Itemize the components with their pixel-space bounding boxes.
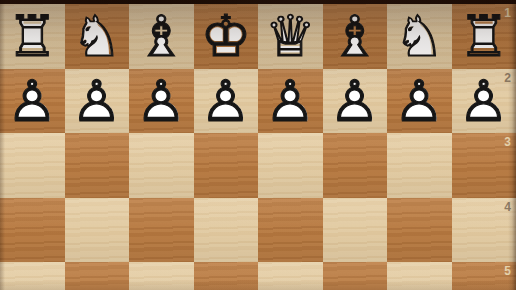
square-c2[interactable]: ♟♙ (323, 69, 388, 134)
square-h4[interactable] (0, 198, 65, 263)
square-c5[interactable] (323, 262, 388, 290)
piece-white-pawn[interactable]: ♟♙ (323, 69, 388, 134)
piece-white-bishop[interactable]: ♝♗ (323, 4, 388, 69)
white-bishop-glyph-outline: ♗ (129, 4, 194, 69)
piece-white-pawn[interactable]: ♟♙ (65, 69, 130, 134)
chessboard: ♜♖♞♘♝♗♚♔♛♕♝♗♞♘♜♖1♟♙♟♙♟♙♟♙♟♙♟♙♟♙♟♙2345 (0, 4, 516, 290)
piece-white-rook[interactable]: ♜♖ (0, 4, 65, 69)
piece-white-bishop[interactable]: ♝♗ (129, 4, 194, 69)
piece-white-knight[interactable]: ♞♘ (65, 4, 130, 69)
white-king-glyph-outline: ♔ (194, 4, 259, 69)
square-g4[interactable] (65, 198, 130, 263)
square-a2[interactable]: ♟♙2 (452, 69, 516, 134)
square-a4[interactable]: 4 (452, 198, 516, 263)
square-e1[interactable]: ♚♔ (194, 4, 259, 69)
white-bishop-glyph-outline: ♗ (323, 4, 388, 69)
white-pawn-glyph-outline: ♙ (323, 69, 388, 134)
white-queen-glyph-outline: ♕ (258, 4, 323, 69)
square-e5[interactable] (194, 262, 259, 290)
white-pawn-glyph-outline: ♙ (0, 69, 65, 134)
square-b2[interactable]: ♟♙ (387, 69, 452, 134)
square-a5[interactable]: 5 (452, 262, 516, 290)
square-f5[interactable] (129, 262, 194, 290)
square-g5[interactable] (65, 262, 130, 290)
square-g3[interactable] (65, 133, 130, 198)
white-knight-glyph-outline: ♘ (65, 4, 130, 69)
white-pawn-glyph-outline: ♙ (194, 69, 259, 134)
square-h2[interactable]: ♟♙ (0, 69, 65, 134)
square-f3[interactable] (129, 133, 194, 198)
white-pawn-glyph-outline: ♙ (258, 69, 323, 134)
square-h5[interactable] (0, 262, 65, 290)
square-c3[interactable] (323, 133, 388, 198)
square-e3[interactable] (194, 133, 259, 198)
piece-white-pawn[interactable]: ♟♙ (0, 69, 65, 134)
rank-label-3: 3 (504, 136, 511, 149)
chess-board-area: ♜♖♞♘♝♗♚♔♛♕♝♗♞♘♜♖1♟♙♟♙♟♙♟♙♟♙♟♙♟♙♟♙2345 (0, 0, 516, 290)
square-g2[interactable]: ♟♙ (65, 69, 130, 134)
square-e4[interactable] (194, 198, 259, 263)
square-d3[interactable] (258, 133, 323, 198)
white-rook-glyph-outline: ♖ (0, 4, 65, 69)
square-h1[interactable]: ♜♖ (0, 4, 65, 69)
white-pawn-glyph-outline: ♙ (65, 69, 130, 134)
white-pawn-glyph-outline: ♙ (387, 69, 452, 134)
square-d1[interactable]: ♛♕ (258, 4, 323, 69)
white-knight-glyph-outline: ♘ (387, 4, 452, 69)
rank-label-1: 1 (504, 7, 511, 20)
square-a3[interactable]: 3 (452, 133, 516, 198)
square-e2[interactable]: ♟♙ (194, 69, 259, 134)
square-c4[interactable] (323, 198, 388, 263)
square-b4[interactable] (387, 198, 452, 263)
rank-label-2: 2 (504, 72, 511, 85)
white-pawn-glyph-outline: ♙ (129, 69, 194, 134)
rank-label-5: 5 (504, 265, 511, 278)
square-d5[interactable] (258, 262, 323, 290)
piece-white-pawn[interactable]: ♟♙ (387, 69, 452, 134)
square-g1[interactable]: ♞♘ (65, 4, 130, 69)
piece-white-king[interactable]: ♚♔ (194, 4, 259, 69)
square-b3[interactable] (387, 133, 452, 198)
square-c1[interactable]: ♝♗ (323, 4, 388, 69)
square-a1[interactable]: ♜♖1 (452, 4, 516, 69)
piece-white-pawn[interactable]: ♟♙ (258, 69, 323, 134)
square-h3[interactable] (0, 133, 65, 198)
square-b5[interactable] (387, 262, 452, 290)
square-f2[interactable]: ♟♙ (129, 69, 194, 134)
piece-white-pawn[interactable]: ♟♙ (129, 69, 194, 134)
piece-white-knight[interactable]: ♞♘ (387, 4, 452, 69)
piece-white-queen[interactable]: ♛♕ (258, 4, 323, 69)
rank-label-4: 4 (504, 201, 511, 214)
square-b1[interactable]: ♞♘ (387, 4, 452, 69)
square-f1[interactable]: ♝♗ (129, 4, 194, 69)
square-d4[interactable] (258, 198, 323, 263)
square-d2[interactable]: ♟♙ (258, 69, 323, 134)
square-f4[interactable] (129, 198, 194, 263)
piece-white-pawn[interactable]: ♟♙ (194, 69, 259, 134)
